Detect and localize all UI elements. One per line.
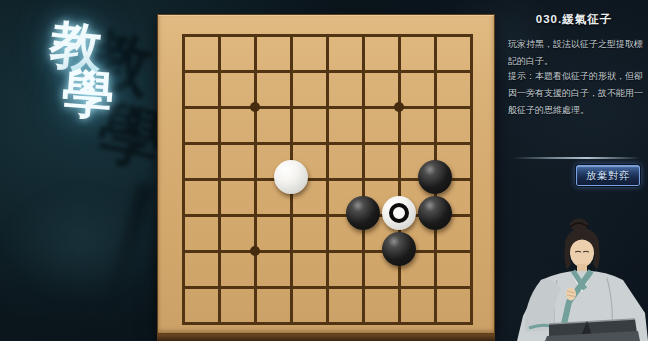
resign-button[interactable]: 放棄對弈 — [576, 165, 640, 186]
circle-mark-icon — [389, 203, 409, 223]
grid-line-vertical — [398, 34, 401, 325]
game-screen: { "game": "go", "lesson": { "title": "03… — [0, 0, 648, 341]
tutor-character-illustration — [505, 218, 648, 341]
star-point — [250, 102, 260, 112]
stone-white — [274, 160, 308, 194]
lesson-hint-text: 提示：本題看似征子的形狀，但卻 因一旁有支援的白子，故不能用一 般征子的思維處理… — [508, 68, 648, 119]
grid-line-vertical — [362, 34, 365, 325]
star-point — [250, 246, 260, 256]
stone-black — [418, 160, 452, 194]
lesson-title: 030.緩氣征子 — [500, 12, 648, 27]
grid-line-horizontal — [182, 322, 473, 325]
grid-line-horizontal — [182, 250, 473, 253]
grid-line-vertical — [470, 34, 473, 325]
grid-line-horizontal — [182, 286, 473, 289]
stone-black — [418, 196, 452, 230]
stone-black — [346, 196, 380, 230]
star-point — [394, 102, 404, 112]
stone-black — [382, 232, 416, 266]
panel-divider — [513, 157, 641, 159]
stone-white-marked — [382, 196, 416, 230]
lesson-objective-text: 玩家持黑，設法以征子之型提取標 記的白子。 — [508, 36, 648, 70]
